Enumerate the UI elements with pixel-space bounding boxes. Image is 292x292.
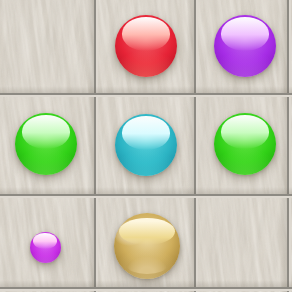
ball-cyan[interactable] xyxy=(115,114,177,176)
next-ball-magenta[interactable] xyxy=(30,232,61,263)
ball-green[interactable] xyxy=(214,113,276,175)
ball-purple[interactable] xyxy=(214,15,276,77)
game-board xyxy=(0,0,292,292)
board-cell-r0c0-empty[interactable] xyxy=(0,0,97,97)
board-cell-r2c2-empty[interactable] xyxy=(195,195,292,292)
ball-red[interactable] xyxy=(115,15,177,77)
ball-green[interactable] xyxy=(15,113,77,175)
ball-gold[interactable] xyxy=(114,213,180,279)
